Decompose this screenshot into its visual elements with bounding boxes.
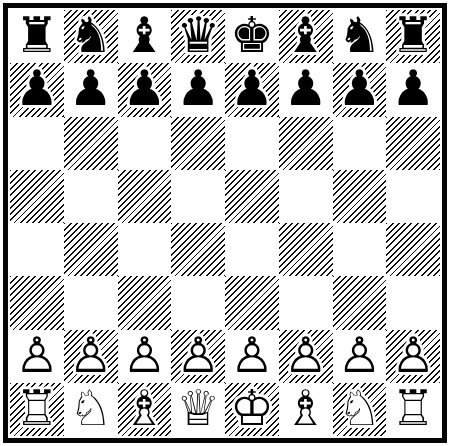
square-h7: ♟ (386, 63, 440, 116)
white-piece-outline: ♔ (230, 384, 274, 433)
white-pawn-d2: ♟♙ (176, 331, 220, 380)
square-e5 (225, 170, 279, 223)
square-a8: ♜ (10, 10, 64, 63)
white-pawn-f2: ♟♙ (284, 331, 328, 380)
square-b3 (64, 276, 118, 329)
square-a5 (10, 170, 64, 223)
white-rook-h1: ♜♖ (391, 384, 435, 433)
white-piece-outline: ♕ (176, 384, 220, 433)
square-b5 (64, 170, 118, 223)
white-knight-g1: ♞♘ (337, 384, 381, 433)
square-d2: ♟♙ (171, 330, 225, 383)
white-knight-b1: ♞♘ (69, 384, 113, 433)
black-pawn-g7: ♟ (337, 64, 381, 113)
square-a3 (10, 276, 64, 329)
white-piece-outline: ♖ (391, 384, 435, 433)
square-d8: ♛ (171, 10, 225, 63)
white-piece-outline: ♙ (122, 331, 166, 380)
white-piece-outline: ♙ (230, 331, 274, 380)
white-piece-outline: ♙ (284, 331, 328, 380)
square-d1: ♛♕ (171, 383, 225, 436)
scanned-diagram: ♜♞♝♛♚♝♞♜♟♟♟♟♟♟♟♟♟♙♟♙♟♙♟♙♟♙♟♙♟♙♟♙♜♖♞♘♝♗♛♕… (0, 0, 450, 446)
black-pawn-f7: ♟ (284, 64, 328, 113)
square-h4 (386, 223, 440, 276)
white-pawn-g2: ♟♙ (337, 331, 381, 380)
white-queen-d1: ♛♕ (176, 384, 220, 433)
square-c3 (118, 276, 172, 329)
black-queen-d8: ♛ (176, 11, 220, 60)
square-f2: ♟♙ (279, 330, 333, 383)
square-g1: ♞♘ (333, 383, 387, 436)
black-pawn-c7: ♟ (122, 64, 166, 113)
square-h1: ♜♖ (386, 383, 440, 436)
square-d4 (171, 223, 225, 276)
black-pawn-a7: ♟ (15, 64, 59, 113)
square-e4 (225, 223, 279, 276)
square-f4 (279, 223, 333, 276)
square-g4 (333, 223, 387, 276)
white-piece-outline: ♙ (391, 331, 435, 380)
white-pawn-a2: ♟♙ (15, 331, 59, 380)
square-f8: ♝ (279, 10, 333, 63)
square-g5 (333, 170, 387, 223)
white-pawn-c2: ♟♙ (122, 331, 166, 380)
white-piece-outline: ♙ (176, 331, 220, 380)
square-a1: ♜♖ (10, 383, 64, 436)
square-g6 (333, 117, 387, 170)
square-g8: ♞ (333, 10, 387, 63)
white-king-e1: ♚♔ (230, 384, 274, 433)
black-knight-b8: ♞ (69, 11, 113, 60)
square-c6 (118, 117, 172, 170)
board-frame: ♜♞♝♛♚♝♞♜♟♟♟♟♟♟♟♟♟♙♟♙♟♙♟♙♟♙♟♙♟♙♟♙♜♖♞♘♝♗♛♕… (3, 3, 447, 443)
square-d7: ♟ (171, 63, 225, 116)
square-b7: ♟ (64, 63, 118, 116)
square-b8: ♞ (64, 10, 118, 63)
chess-board: ♜♞♝♛♚♝♞♜♟♟♟♟♟♟♟♟♟♙♟♙♟♙♟♙♟♙♟♙♟♙♟♙♜♖♞♘♝♗♛♕… (10, 10, 440, 436)
square-a2: ♟♙ (10, 330, 64, 383)
white-piece-outline: ♘ (69, 384, 113, 433)
square-a7: ♟ (10, 63, 64, 116)
square-c4 (118, 223, 172, 276)
square-b6 (64, 117, 118, 170)
white-piece-outline: ♘ (337, 384, 381, 433)
square-c7: ♟ (118, 63, 172, 116)
square-f6 (279, 117, 333, 170)
square-g3 (333, 276, 387, 329)
black-pawn-h7: ♟ (391, 64, 435, 113)
square-c2: ♟♙ (118, 330, 172, 383)
white-bishop-f1: ♝♗ (284, 384, 328, 433)
square-c8: ♝ (118, 10, 172, 63)
square-e7: ♟ (225, 63, 279, 116)
square-e8: ♚ (225, 10, 279, 63)
square-f1: ♝♗ (279, 383, 333, 436)
black-knight-g8: ♞ (337, 11, 381, 60)
square-a6 (10, 117, 64, 170)
black-king-e8: ♚ (230, 11, 274, 60)
white-rook-a1: ♜♖ (15, 384, 59, 433)
square-b4 (64, 223, 118, 276)
black-pawn-d7: ♟ (176, 64, 220, 113)
white-piece-outline: ♙ (337, 331, 381, 380)
black-pawn-b7: ♟ (69, 64, 113, 113)
square-d6 (171, 117, 225, 170)
white-piece-outline: ♖ (15, 384, 59, 433)
square-h6 (386, 117, 440, 170)
black-rook-h8: ♜ (391, 11, 435, 60)
square-e2: ♟♙ (225, 330, 279, 383)
square-h2: ♟♙ (386, 330, 440, 383)
white-pawn-b2: ♟♙ (69, 331, 113, 380)
square-d3 (171, 276, 225, 329)
square-e3 (225, 276, 279, 329)
square-f7: ♟ (279, 63, 333, 116)
white-piece-outline: ♙ (15, 331, 59, 380)
black-pawn-e7: ♟ (230, 64, 274, 113)
white-pawn-h2: ♟♙ (391, 331, 435, 380)
square-b1: ♞♘ (64, 383, 118, 436)
black-bishop-f8: ♝ (284, 11, 328, 60)
white-piece-outline: ♗ (284, 384, 328, 433)
square-h8: ♜ (386, 10, 440, 63)
square-h5 (386, 170, 440, 223)
square-h3 (386, 276, 440, 329)
square-c1: ♝♗ (118, 383, 172, 436)
square-e6 (225, 117, 279, 170)
square-b2: ♟♙ (64, 330, 118, 383)
square-a4 (10, 223, 64, 276)
square-f5 (279, 170, 333, 223)
black-rook-a8: ♜ (15, 11, 59, 60)
square-c5 (118, 170, 172, 223)
white-pawn-e2: ♟♙ (230, 331, 274, 380)
black-bishop-c8: ♝ (122, 11, 166, 60)
square-e1: ♚♔ (225, 383, 279, 436)
white-piece-outline: ♙ (69, 331, 113, 380)
square-g7: ♟ (333, 63, 387, 116)
square-d5 (171, 170, 225, 223)
square-g2: ♟♙ (333, 330, 387, 383)
white-piece-outline: ♗ (122, 384, 166, 433)
white-bishop-c1: ♝♗ (122, 384, 166, 433)
square-f3 (279, 276, 333, 329)
